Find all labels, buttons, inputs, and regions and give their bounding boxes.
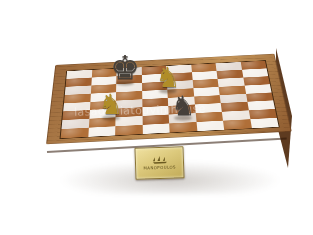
- chess-box-product-photo: MANOPOULOS lasagoniatouvinihouse ♚♞♞♞: [0, 0, 313, 235]
- box-lid-top: [38, 0, 292, 144]
- board-frame: [46, 54, 292, 145]
- chess-board: [60, 60, 280, 139]
- sailing-ships-icon: [151, 156, 167, 165]
- board-square: [115, 125, 142, 136]
- board-square: [169, 122, 197, 132]
- board-square: [142, 124, 169, 134]
- brand-plate: MANOPOULOS: [134, 146, 184, 180]
- board-square: [223, 119, 251, 129]
- board-square: [196, 121, 224, 131]
- brand-plate-text: MANOPOULOS: [143, 165, 176, 170]
- board-square: [61, 128, 89, 139]
- board-square: [250, 118, 279, 128]
- board-square: [88, 126, 115, 137]
